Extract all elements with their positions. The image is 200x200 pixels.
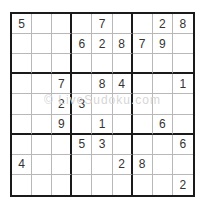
cell-r7c1[interactable] [12,135,32,155]
cell-r9c4[interactable] [72,175,92,195]
cell-r1c8[interactable]: 2 [153,14,173,34]
cell-r9c2[interactable] [32,175,52,195]
cell-r4c1[interactable] [12,74,32,94]
cell-r7c7[interactable] [133,135,153,155]
cell-r7c8[interactable] [153,135,173,155]
cell-r9c6[interactable] [113,175,133,195]
cell-r8c3[interactable] [52,155,72,175]
cell-r7c3[interactable] [52,135,72,155]
cell-r5c2[interactable] [32,94,52,114]
cell-r3c3[interactable] [52,54,72,74]
cell-r2c6[interactable]: 8 [113,34,133,54]
cell-r9c8[interactable] [153,175,173,195]
cell-r1c6[interactable] [113,14,133,34]
cell-r1c4[interactable] [72,14,92,34]
cell-r2c5[interactable]: 2 [92,34,112,54]
cell-r6c3[interactable]: 9 [52,115,72,135]
cell-r1c5[interactable]: 7 [92,14,112,34]
cell-r3c9[interactable] [173,54,193,74]
cell-r4c8[interactable] [153,74,173,94]
cell-r5c3[interactable]: 2 [52,94,72,114]
cell-r3c6[interactable] [113,54,133,74]
cell-r4c4[interactable] [72,74,92,94]
cell-r3c4[interactable] [72,54,92,74]
cell-r9c1[interactable] [12,175,32,195]
cell-r2c1[interactable] [12,34,32,54]
cell-r7c6[interactable] [113,135,133,155]
cell-r6c1[interactable] [12,115,32,135]
cell-r6c9[interactable] [173,115,193,135]
cell-r5c1[interactable] [12,94,32,114]
cell-r2c8[interactable]: 9 [153,34,173,54]
cell-r3c1[interactable] [12,54,32,74]
cell-r7c9[interactable]: 6 [173,135,193,155]
cell-r9c5[interactable] [92,175,112,195]
cell-r4c5[interactable]: 8 [92,74,112,94]
cell-r2c2[interactable] [32,34,52,54]
cell-r5c4[interactable]: 3 [72,94,92,114]
cell-r9c3[interactable] [52,175,72,195]
cell-r7c2[interactable] [32,135,52,155]
cell-r4c9[interactable]: 1 [173,74,193,94]
cell-r2c7[interactable]: 7 [133,34,153,54]
cell-r1c3[interactable] [52,14,72,34]
cell-r2c9[interactable] [173,34,193,54]
cell-r4c6[interactable]: 4 [113,74,133,94]
cell-r8c6[interactable]: 2 [113,155,133,175]
cell-r3c8[interactable] [153,54,173,74]
cell-r5c9[interactable] [173,94,193,114]
cell-r8c8[interactable] [153,155,173,175]
cell-r7c5[interactable]: 3 [92,135,112,155]
cell-r4c2[interactable] [32,74,52,94]
cell-r8c1[interactable]: 4 [12,155,32,175]
cell-r8c2[interactable] [32,155,52,175]
cell-r6c2[interactable] [32,115,52,135]
cell-r6c4[interactable] [72,115,92,135]
sudoku-page: 5728628797841239165364282 © LiveSudoku.c… [0,0,200,200]
cell-r8c9[interactable] [173,155,193,175]
cell-r6c7[interactable] [133,115,153,135]
cell-r1c1[interactable]: 5 [12,14,32,34]
cell-r6c6[interactable] [113,115,133,135]
cell-r4c3[interactable]: 7 [52,74,72,94]
cell-r3c2[interactable] [32,54,52,74]
cell-r1c2[interactable] [32,14,52,34]
cell-r6c8[interactable]: 6 [153,115,173,135]
cell-r8c7[interactable]: 8 [133,155,153,175]
cell-r1c7[interactable] [133,14,153,34]
cell-r2c4[interactable]: 6 [72,34,92,54]
cell-r2c3[interactable] [52,34,72,54]
cell-r7c4[interactable]: 5 [72,135,92,155]
cell-r3c7[interactable] [133,54,153,74]
cell-r8c5[interactable] [92,155,112,175]
cell-r5c5[interactable] [92,94,112,114]
cell-r9c7[interactable] [133,175,153,195]
cell-r9c9[interactable]: 2 [173,175,193,195]
cell-r8c4[interactable] [72,155,92,175]
cell-r5c8[interactable] [153,94,173,114]
cell-r1c9[interactable]: 8 [173,14,193,34]
cell-r4c7[interactable] [133,74,153,94]
cell-r5c7[interactable] [133,94,153,114]
sudoku-board: 5728628797841239165364282 [10,12,195,197]
cell-r6c5[interactable]: 1 [92,115,112,135]
cell-r5c6[interactable] [113,94,133,114]
cell-r3c5[interactable] [92,54,112,74]
